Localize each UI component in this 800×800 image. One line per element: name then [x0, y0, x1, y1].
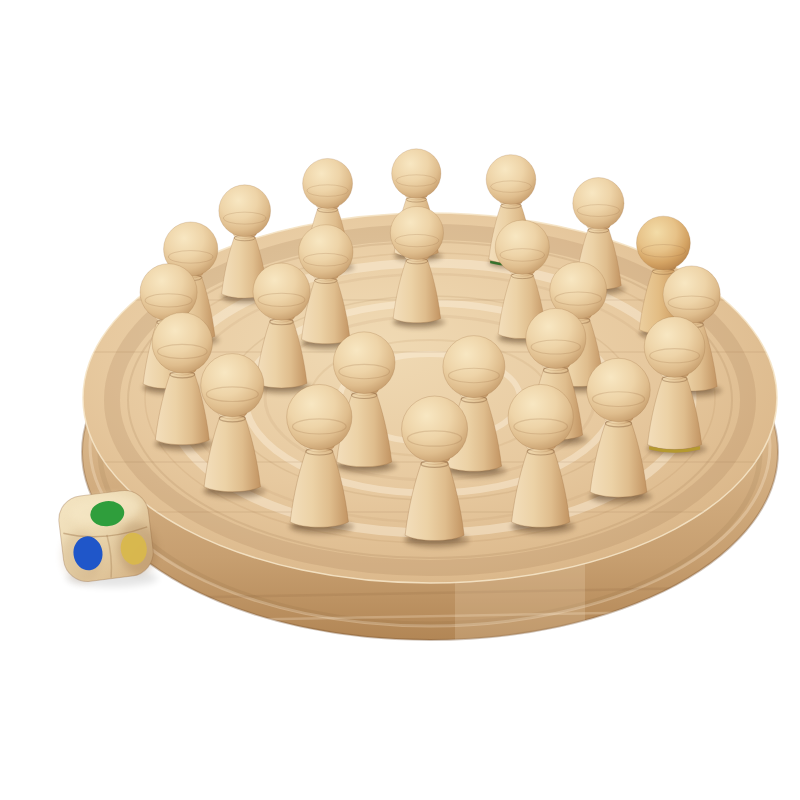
peg-head — [636, 216, 690, 270]
peg-head — [299, 225, 353, 279]
peg-head — [253, 263, 310, 320]
peg-head — [526, 308, 586, 368]
color-die[interactable] — [54, 487, 161, 585]
peg-head — [443, 336, 505, 398]
peg-head — [390, 206, 443, 259]
peg-head — [508, 384, 573, 449]
peg-head — [392, 149, 441, 198]
peg-head — [663, 266, 720, 323]
peg-head — [495, 220, 549, 274]
peg-head — [303, 158, 353, 208]
peg-head — [486, 155, 536, 205]
peg-head — [402, 396, 468, 462]
peg-head — [573, 178, 624, 229]
product-photo-stage — [0, 0, 800, 800]
peg-head — [201, 354, 264, 417]
peg-head — [219, 185, 271, 237]
memory-chess-scene — [0, 0, 800, 800]
peg-head — [644, 317, 705, 378]
peg-head — [140, 264, 197, 321]
peg-head — [587, 358, 651, 422]
peg-head — [333, 332, 395, 394]
peg-head — [287, 384, 352, 449]
peg-head — [152, 313, 212, 373]
